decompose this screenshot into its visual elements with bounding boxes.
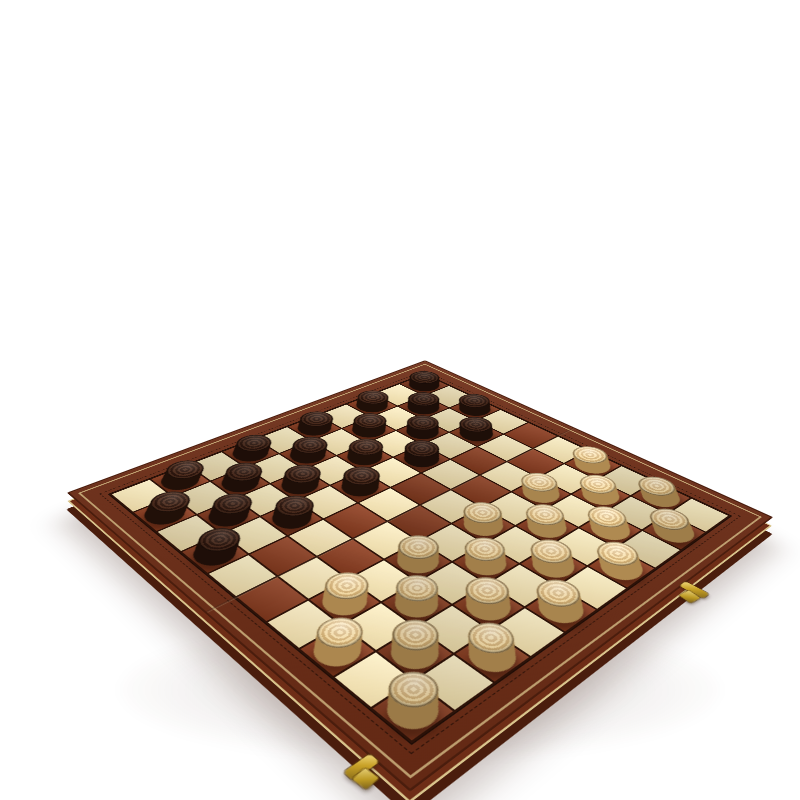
piece-top bbox=[589, 537, 646, 571]
piece-top bbox=[378, 665, 448, 715]
white-piece[interactable] bbox=[382, 582, 451, 626]
square-4-6[interactable] bbox=[453, 508, 514, 542]
square-8-6[interactable] bbox=[310, 580, 379, 624]
square-6-8[interactable] bbox=[454, 585, 523, 629]
product-photo-scene bbox=[0, 0, 800, 800]
piece-side bbox=[385, 584, 447, 624]
piece-top bbox=[383, 614, 448, 658]
square-7-7[interactable] bbox=[382, 582, 451, 626]
square-5-7[interactable] bbox=[453, 544, 518, 583]
white-piece[interactable] bbox=[386, 542, 451, 581]
square-7-6 bbox=[349, 560, 416, 601]
piece-side bbox=[456, 509, 511, 540]
white-piece[interactable] bbox=[521, 546, 586, 585]
piece-side bbox=[264, 503, 319, 534]
piece-top bbox=[191, 524, 248, 557]
piece-top bbox=[457, 572, 518, 610]
piece-side bbox=[381, 631, 448, 677]
square-8-4[interactable] bbox=[250, 537, 315, 575]
white-piece[interactable] bbox=[378, 628, 452, 679]
piece-side bbox=[592, 550, 650, 585]
square-8-3 bbox=[223, 518, 286, 554]
square-7-8 bbox=[417, 606, 488, 653]
piece-side bbox=[389, 543, 447, 578]
black-piece[interactable] bbox=[198, 499, 259, 533]
white-piece[interactable] bbox=[453, 508, 514, 542]
piece-top bbox=[523, 535, 580, 569]
white-piece[interactable] bbox=[454, 585, 523, 629]
piece-top bbox=[390, 531, 447, 564]
piece-side bbox=[458, 587, 520, 627]
piece-top bbox=[458, 617, 523, 661]
piece-side bbox=[524, 548, 582, 583]
square-4-8[interactable] bbox=[521, 546, 586, 585]
piece-top bbox=[307, 611, 372, 654]
white-piece[interactable] bbox=[453, 544, 518, 583]
white-piece[interactable] bbox=[310, 580, 379, 624]
square-8-7 bbox=[343, 603, 414, 650]
square-3-8 bbox=[552, 529, 615, 566]
piece-top bbox=[387, 570, 448, 608]
square-6-6[interactable] bbox=[386, 542, 451, 581]
square-8-2[interactable] bbox=[198, 499, 259, 533]
square-6-4[interactable] bbox=[325, 504, 386, 538]
piece-side bbox=[313, 582, 375, 622]
square-8-8[interactable] bbox=[378, 628, 452, 679]
square-6-7 bbox=[419, 562, 486, 603]
piece-side bbox=[519, 512, 574, 543]
piece-side bbox=[186, 536, 244, 571]
square-7-5[interactable] bbox=[318, 539, 383, 577]
